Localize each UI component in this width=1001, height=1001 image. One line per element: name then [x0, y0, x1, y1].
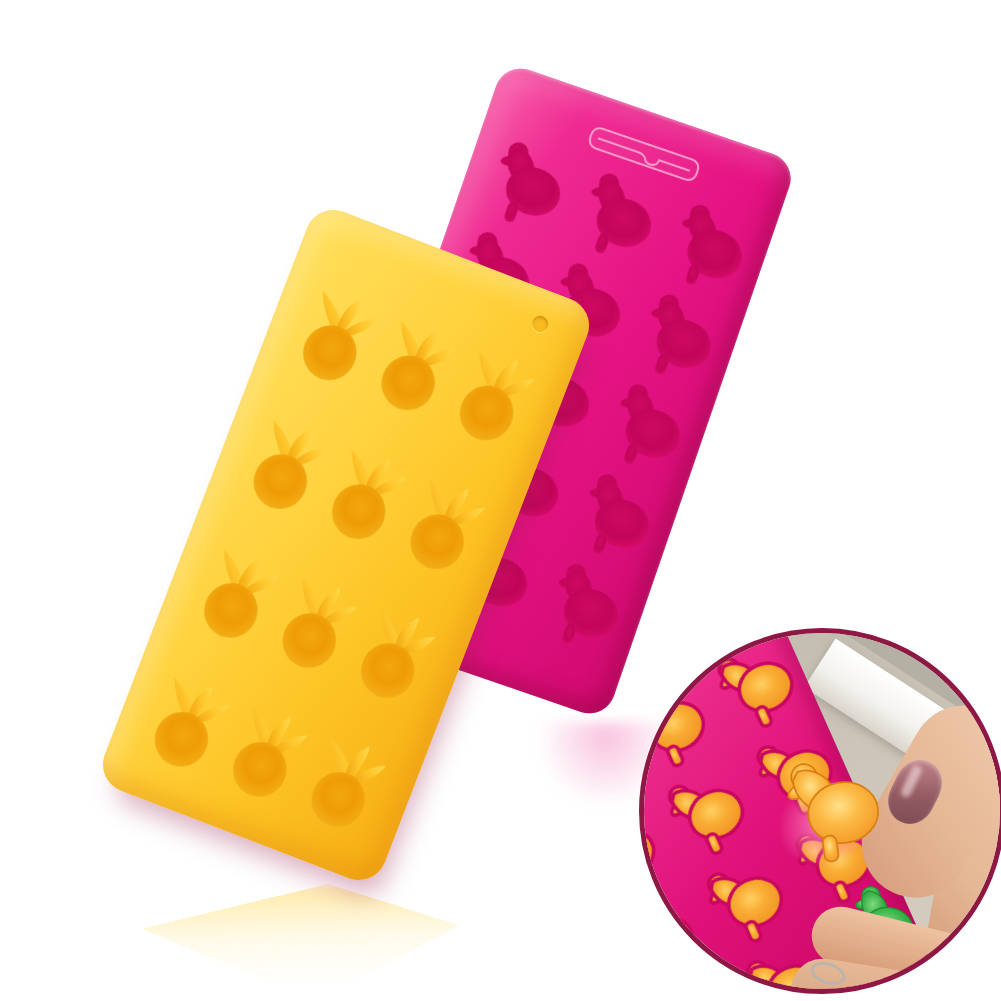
- demolded-orange-gummy: [765, 743, 901, 871]
- gummy-filled-cavity: [639, 969, 756, 994]
- nail-shine: [899, 764, 923, 799]
- inset-filled-cavity-grid: [639, 628, 775, 729]
- hang-hole-dimple: [530, 314, 551, 335]
- usage-inset-photo: [639, 628, 1001, 994]
- product-photo-stage: [0, 0, 1001, 1001]
- yellow-tray-reflection: [128, 884, 473, 1001]
